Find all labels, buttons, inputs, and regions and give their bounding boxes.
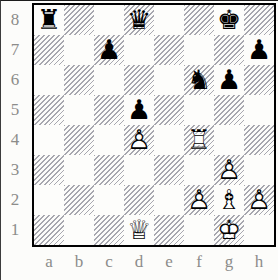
file-label-b: b xyxy=(64,250,94,274)
square-a8[interactable]: ♜ xyxy=(34,5,64,35)
square-h5[interactable] xyxy=(244,95,274,125)
square-a3[interactable] xyxy=(34,155,64,185)
piece-white-pawn-g3[interactable]: ♟♙ xyxy=(214,155,244,185)
square-b7[interactable] xyxy=(64,35,94,65)
square-g3[interactable]: ♟♙ xyxy=(214,155,244,185)
pawn-glyph-outline: ♙ xyxy=(184,185,214,215)
rank-label-3: 3 xyxy=(3,155,27,185)
bishop-glyph-outline: ♗ xyxy=(214,185,244,215)
rook-glyph-outline: ♖ xyxy=(184,125,214,155)
square-d1[interactable]: ♛♕ xyxy=(124,215,154,245)
pawn-glyph: ♟ xyxy=(244,35,274,65)
square-e8[interactable] xyxy=(154,5,184,35)
square-b3[interactable] xyxy=(64,155,94,185)
square-d8[interactable]: ♛ xyxy=(124,5,154,35)
king-glyph: ♚ xyxy=(214,5,244,35)
queen-glyph: ♛ xyxy=(124,5,154,35)
square-b2[interactable] xyxy=(64,185,94,215)
rank-label-5: 5 xyxy=(3,95,27,125)
square-a7[interactable] xyxy=(34,35,64,65)
piece-white-king-g1[interactable]: ♚♔ xyxy=(214,215,244,245)
piece-black-pawn-g6[interactable]: ♟ xyxy=(214,65,244,95)
file-label-h: h xyxy=(244,250,274,274)
square-d5[interactable]: ♟ xyxy=(124,95,154,125)
rank-label-4: 4 xyxy=(3,125,27,155)
pawn-glyph-outline: ♙ xyxy=(214,155,244,185)
file-label-f: f xyxy=(184,250,214,274)
square-c3[interactable] xyxy=(94,155,124,185)
piece-white-pawn-d4[interactable]: ♟♙ xyxy=(124,125,154,155)
queen-glyph-outline: ♕ xyxy=(124,215,154,245)
pawn-glyph: ♟ xyxy=(214,65,244,95)
file-label-c: c xyxy=(94,250,124,274)
square-d3[interactable] xyxy=(124,155,154,185)
pawn-glyph: ♟ xyxy=(94,35,124,65)
file-label-e: e xyxy=(154,250,184,274)
piece-black-pawn-h7[interactable]: ♟ xyxy=(244,35,274,65)
square-a5[interactable] xyxy=(34,95,64,125)
square-c4[interactable] xyxy=(94,125,124,155)
square-g5[interactable] xyxy=(214,95,244,125)
square-a1[interactable] xyxy=(34,215,64,245)
chess-diagram-page: 87654321 ♜♛♚♟♟♞♟♟♟♙♜♖♟♙♟♙♝♗♟♙♛♕♚♔ abcdef… xyxy=(0,0,278,280)
rook-glyph: ♜ xyxy=(34,5,64,35)
square-h4[interactable] xyxy=(244,125,274,155)
pawn-glyph-outline: ♙ xyxy=(124,125,154,155)
rank-label-1: 1 xyxy=(3,215,27,245)
rank-label-7: 7 xyxy=(3,35,27,65)
square-e1[interactable] xyxy=(154,215,184,245)
square-f8[interactable] xyxy=(184,5,214,35)
square-c7[interactable]: ♟ xyxy=(94,35,124,65)
square-b5[interactable] xyxy=(64,95,94,125)
piece-white-bishop-g2[interactable]: ♝♗ xyxy=(214,185,244,215)
king-glyph-outline: ♔ xyxy=(214,215,244,245)
file-labels: abcdefgh xyxy=(34,250,274,274)
square-b4[interactable] xyxy=(64,125,94,155)
pawn-glyph-outline: ♙ xyxy=(244,185,274,215)
square-a6[interactable] xyxy=(34,65,64,95)
square-f1[interactable] xyxy=(184,215,214,245)
square-h1[interactable] xyxy=(244,215,274,245)
square-d4[interactable]: ♟♙ xyxy=(124,125,154,155)
square-b1[interactable] xyxy=(64,215,94,245)
square-e5[interactable] xyxy=(154,95,184,125)
square-g1[interactable]: ♚♔ xyxy=(214,215,244,245)
square-g2[interactable]: ♝♗ xyxy=(214,185,244,215)
rank-label-6: 6 xyxy=(3,65,27,95)
file-label-g: g xyxy=(214,250,244,274)
board: ♜♛♚♟♟♞♟♟♟♙♜♖♟♙♟♙♝♗♟♙♛♕♚♔ xyxy=(32,3,276,247)
square-c6[interactable] xyxy=(94,65,124,95)
piece-black-king-g8[interactable]: ♚ xyxy=(214,5,244,35)
piece-black-pawn-d5[interactable]: ♟ xyxy=(124,95,154,125)
square-g8[interactable]: ♚ xyxy=(214,5,244,35)
square-b8[interactable] xyxy=(64,5,94,35)
file-label-a: a xyxy=(34,250,64,274)
pawn-glyph: ♟ xyxy=(124,95,154,125)
rank-label-8: 8 xyxy=(3,5,27,35)
square-a4[interactable] xyxy=(34,125,64,155)
square-h3[interactable] xyxy=(244,155,274,185)
knight-glyph: ♞ xyxy=(184,65,214,95)
square-f3[interactable] xyxy=(184,155,214,185)
square-d7[interactable] xyxy=(124,35,154,65)
square-e6[interactable] xyxy=(154,65,184,95)
square-e3[interactable] xyxy=(154,155,184,185)
square-e4[interactable] xyxy=(154,125,184,155)
piece-black-pawn-c7[interactable]: ♟ xyxy=(94,35,124,65)
square-g4[interactable] xyxy=(214,125,244,155)
rank-label-2: 2 xyxy=(3,185,27,215)
file-label-d: d xyxy=(124,250,154,274)
piece-white-queen-d1[interactable]: ♛♕ xyxy=(124,215,154,245)
piece-white-pawn-f2[interactable]: ♟♙ xyxy=(184,185,214,215)
square-e7[interactable] xyxy=(154,35,184,65)
square-c8[interactable] xyxy=(94,5,124,35)
square-c1[interactable] xyxy=(94,215,124,245)
piece-white-pawn-h2[interactable]: ♟♙ xyxy=(244,185,274,215)
square-d6[interactable] xyxy=(124,65,154,95)
square-g6[interactable]: ♟ xyxy=(214,65,244,95)
piece-black-knight-f6[interactable]: ♞ xyxy=(184,65,214,95)
piece-white-rook-f4[interactable]: ♜♖ xyxy=(184,125,214,155)
square-d2[interactable] xyxy=(124,185,154,215)
piece-black-rook-a8[interactable]: ♜ xyxy=(34,5,64,35)
square-h6[interactable] xyxy=(244,65,274,95)
square-h7[interactable]: ♟ xyxy=(244,35,274,65)
square-f6[interactable]: ♞ xyxy=(184,65,214,95)
square-h2[interactable]: ♟♙ xyxy=(244,185,274,215)
square-c2[interactable] xyxy=(94,185,124,215)
square-f2[interactable]: ♟♙ xyxy=(184,185,214,215)
square-c5[interactable] xyxy=(94,95,124,125)
piece-black-queen-d8[interactable]: ♛ xyxy=(124,5,154,35)
square-g7[interactable] xyxy=(214,35,244,65)
square-h8[interactable] xyxy=(244,5,274,35)
square-f5[interactable] xyxy=(184,95,214,125)
square-f4[interactable]: ♜♖ xyxy=(184,125,214,155)
square-a2[interactable] xyxy=(34,185,64,215)
square-e2[interactable] xyxy=(154,185,184,215)
square-b6[interactable] xyxy=(64,65,94,95)
square-f7[interactable] xyxy=(184,35,214,65)
